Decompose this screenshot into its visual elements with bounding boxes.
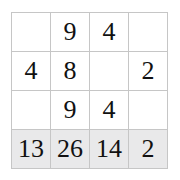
cell-r0c2[interactable]: 4 bbox=[90, 13, 128, 51]
cell-r2c2[interactable]: 4 bbox=[90, 91, 128, 129]
puzzle-grid: 9 4 4 8 2 9 4 13 26 14 2 bbox=[11, 12, 168, 169]
cell-r3c0-total: 13 bbox=[12, 130, 50, 168]
cell-r1c3[interactable]: 2 bbox=[129, 52, 167, 90]
cell-r1c2[interactable] bbox=[90, 52, 128, 90]
cell-r0c1[interactable]: 9 bbox=[51, 13, 89, 51]
cell-r0c3[interactable] bbox=[129, 13, 167, 51]
cell-r1c0[interactable]: 4 bbox=[12, 52, 50, 90]
cell-r3c3-total: 2 bbox=[129, 130, 167, 168]
cell-r3c1-total: 26 bbox=[51, 130, 89, 168]
cell-r2c1[interactable]: 9 bbox=[51, 91, 89, 129]
cell-r3c2-total: 14 bbox=[90, 130, 128, 168]
cell-r2c3[interactable] bbox=[129, 91, 167, 129]
cell-r1c1[interactable]: 8 bbox=[51, 52, 89, 90]
cell-r2c0[interactable] bbox=[12, 91, 50, 129]
cell-r0c0[interactable] bbox=[12, 13, 50, 51]
